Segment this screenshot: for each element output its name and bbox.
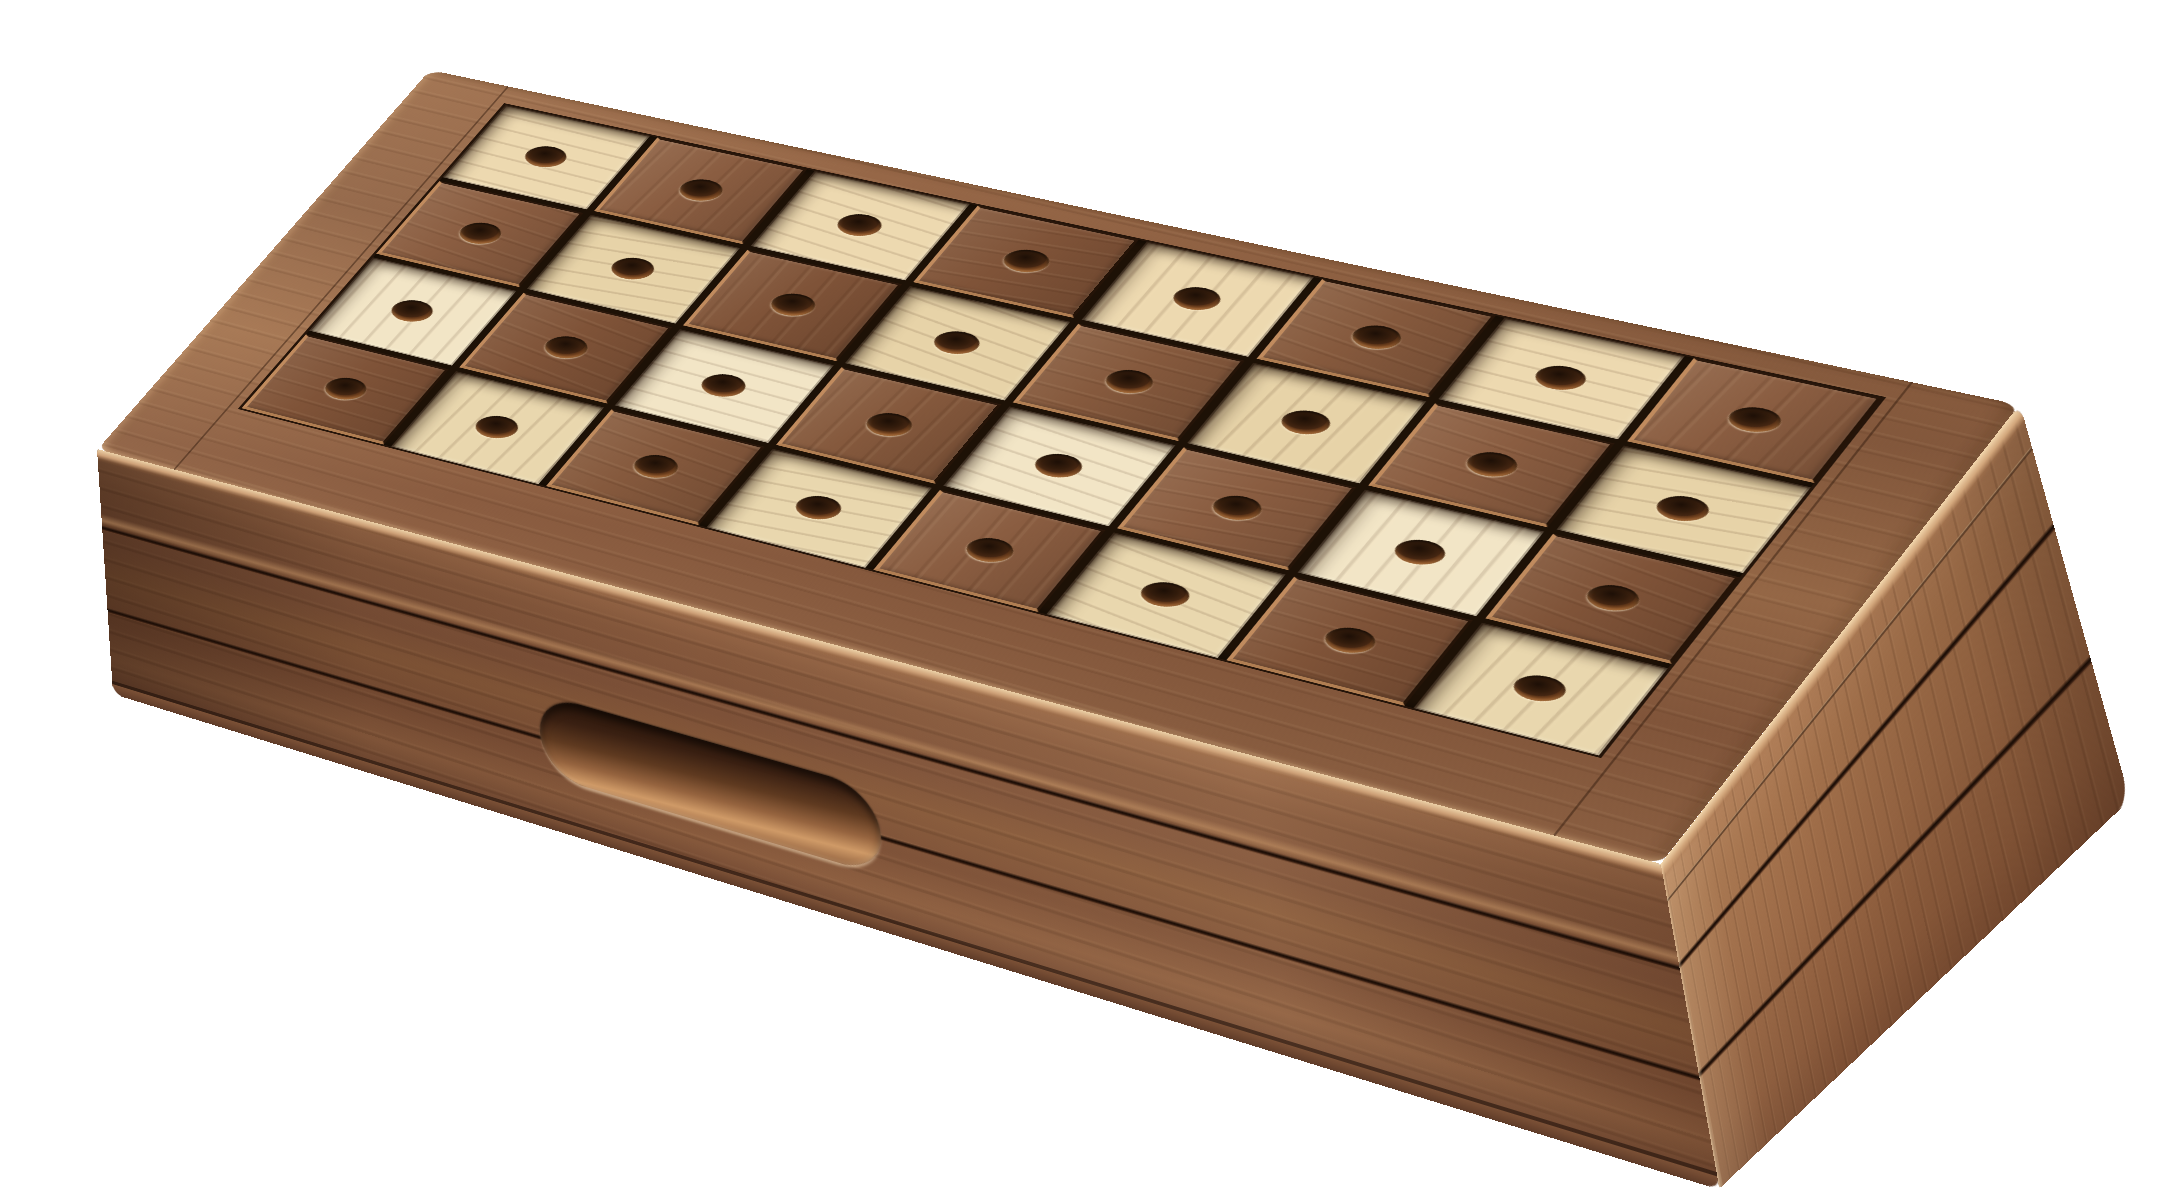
peg-hole — [1134, 578, 1197, 611]
peg-hole — [605, 254, 661, 283]
peg-hole — [673, 176, 729, 204]
peg-hole — [469, 412, 525, 442]
peg-hole — [385, 297, 439, 325]
peg-hole — [1275, 407, 1338, 439]
peg-hole — [996, 246, 1055, 275]
peg-hole — [1528, 362, 1593, 394]
product-photo-stage — [0, 0, 2182, 1200]
peg-hole — [764, 290, 822, 319]
peg-hole — [1099, 366, 1160, 397]
peg-hole — [831, 211, 889, 240]
peg-hole — [927, 328, 986, 358]
peg-hole — [1317, 623, 1382, 657]
peg-hole — [627, 451, 684, 481]
peg-hole — [519, 143, 573, 170]
peg-hole — [1345, 322, 1408, 353]
peg-hole — [1649, 492, 1716, 525]
peg-hole — [1028, 450, 1089, 481]
peg-hole — [789, 492, 848, 523]
peg-hole — [1167, 283, 1228, 313]
peg-hole — [1388, 536, 1453, 569]
peg-hole — [1506, 671, 1573, 706]
peg-hole — [1459, 448, 1524, 481]
peg-hole — [538, 333, 594, 362]
peg-hole — [695, 371, 752, 401]
peg-hole — [453, 219, 507, 247]
peg-hole — [318, 374, 372, 403]
peg-hole — [859, 409, 918, 440]
peg-hole — [959, 534, 1020, 566]
peg-hole — [1721, 403, 1788, 436]
peg-hole — [1579, 581, 1646, 615]
peg-hole — [1205, 492, 1268, 524]
